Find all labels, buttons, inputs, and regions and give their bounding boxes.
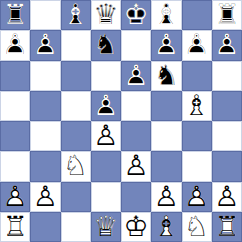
piece-white-bishop: ♝♗ bbox=[182, 91, 212, 121]
square-g5[interactable]: ♝♗ bbox=[182, 91, 212, 121]
piece-white-pawn: ♟♙ bbox=[121, 151, 151, 181]
piece-black-queen: ♛♕ bbox=[91, 0, 121, 30]
black-knight-icon: ♞ bbox=[151, 61, 181, 91]
piece-white-pawn: ♟♙ bbox=[91, 121, 121, 151]
black-bishop-icon: ♝ bbox=[61, 0, 91, 30]
black-bishop-detail-icon: ♗ bbox=[61, 0, 91, 30]
white-knight-detail-icon: ♘ bbox=[182, 212, 212, 242]
square-h5[interactable] bbox=[212, 91, 242, 121]
piece-black-pawn: ♟♙ bbox=[0, 30, 30, 60]
square-c6[interactable] bbox=[61, 61, 91, 91]
black-king-detail-icon: ♔ bbox=[121, 0, 151, 30]
white-pawn-icon: ♟ bbox=[151, 182, 181, 212]
square-e7[interactable] bbox=[121, 30, 151, 60]
white-bishop-icon: ♝ bbox=[182, 91, 212, 121]
square-d4[interactable]: ♟♙ bbox=[91, 121, 121, 151]
square-f7[interactable]: ♟♙ bbox=[151, 30, 181, 60]
square-f5[interactable] bbox=[151, 91, 181, 121]
black-pawn-detail-icon: ♙ bbox=[0, 30, 30, 60]
white-queen-detail-icon: ♕ bbox=[91, 212, 121, 242]
black-rook-detail-icon: ♖ bbox=[0, 0, 30, 30]
square-d2[interactable] bbox=[91, 182, 121, 212]
white-pawn-icon: ♟ bbox=[182, 182, 212, 212]
square-a8[interactable]: ♜♖ bbox=[0, 0, 30, 30]
square-c1[interactable] bbox=[61, 212, 91, 242]
square-b6[interactable] bbox=[30, 61, 60, 91]
black-pawn-detail-icon: ♙ bbox=[91, 91, 121, 121]
square-h1[interactable]: ♜♖ bbox=[212, 212, 242, 242]
square-a2[interactable]: ♟♙ bbox=[0, 182, 30, 212]
black-pawn-detail-icon: ♙ bbox=[151, 30, 181, 60]
piece-white-king: ♚♔ bbox=[121, 212, 151, 242]
square-b8[interactable] bbox=[30, 0, 60, 30]
white-knight-detail-icon: ♘ bbox=[61, 151, 91, 181]
white-bishop-detail-icon: ♗ bbox=[151, 212, 181, 242]
piece-white-rook: ♜♖ bbox=[212, 212, 242, 242]
square-g4[interactable] bbox=[182, 121, 212, 151]
white-pawn-detail-icon: ♙ bbox=[30, 182, 60, 212]
square-g1[interactable]: ♞♘ bbox=[182, 212, 212, 242]
square-b1[interactable] bbox=[30, 212, 60, 242]
white-pawn-detail-icon: ♙ bbox=[182, 182, 212, 212]
piece-white-pawn: ♟♙ bbox=[182, 182, 212, 212]
black-rook-icon: ♜ bbox=[212, 0, 242, 30]
square-e6[interactable]: ♟♙ bbox=[121, 61, 151, 91]
square-h4[interactable] bbox=[212, 121, 242, 151]
piece-white-bishop: ♝♗ bbox=[151, 212, 181, 242]
black-knight-icon: ♞ bbox=[91, 30, 121, 60]
piece-black-pawn: ♟♙ bbox=[182, 30, 212, 60]
white-bishop-icon: ♝ bbox=[151, 212, 181, 242]
black-pawn-icon: ♟ bbox=[0, 30, 30, 60]
white-pawn-icon: ♟ bbox=[91, 121, 121, 151]
white-pawn-detail-icon: ♙ bbox=[91, 121, 121, 151]
piece-white-knight: ♞♘ bbox=[61, 151, 91, 181]
piece-black-rook: ♜♖ bbox=[212, 0, 242, 30]
black-knight-detail-icon: ♘ bbox=[151, 61, 181, 91]
piece-white-pawn: ♟♙ bbox=[151, 182, 181, 212]
piece-white-queen: ♛♕ bbox=[91, 212, 121, 242]
piece-black-bishop: ♝♗ bbox=[61, 0, 91, 30]
square-d5[interactable]: ♟♙ bbox=[91, 91, 121, 121]
square-d1[interactable]: ♛♕ bbox=[91, 212, 121, 242]
square-f2[interactable]: ♟♙ bbox=[151, 182, 181, 212]
white-pawn-detail-icon: ♙ bbox=[121, 151, 151, 181]
square-d3[interactable] bbox=[91, 151, 121, 181]
square-b4[interactable] bbox=[30, 121, 60, 151]
black-pawn-detail-icon: ♙ bbox=[30, 30, 60, 60]
white-rook-detail-icon: ♖ bbox=[212, 212, 242, 242]
square-b2[interactable]: ♟♙ bbox=[30, 182, 60, 212]
black-king-icon: ♚ bbox=[121, 0, 151, 30]
piece-black-knight: ♞♘ bbox=[151, 61, 181, 91]
square-g8[interactable] bbox=[182, 0, 212, 30]
square-d6[interactable] bbox=[91, 61, 121, 91]
piece-black-pawn: ♟♙ bbox=[212, 30, 242, 60]
white-pawn-icon: ♟ bbox=[0, 182, 30, 212]
square-c5[interactable] bbox=[61, 91, 91, 121]
square-e4[interactable] bbox=[121, 121, 151, 151]
square-h6[interactable] bbox=[212, 61, 242, 91]
chess-board: ♜♖♝♗♛♕♚♔♝♗♜♖♟♙♟♙♞♘♟♙♟♙♟♙♟♙♞♘♟♙♝♗♟♙♞♘♟♙♟♙… bbox=[0, 0, 242, 242]
white-bishop-detail-icon: ♗ bbox=[182, 91, 212, 121]
piece-white-rook: ♜♖ bbox=[0, 212, 30, 242]
black-pawn-icon: ♟ bbox=[151, 30, 181, 60]
square-h8[interactable]: ♜♖ bbox=[212, 0, 242, 30]
square-b3[interactable] bbox=[30, 151, 60, 181]
square-c7[interactable] bbox=[61, 30, 91, 60]
square-f8[interactable]: ♝♗ bbox=[151, 0, 181, 30]
square-b7[interactable]: ♟♙ bbox=[30, 30, 60, 60]
square-e3[interactable]: ♟♙ bbox=[121, 151, 151, 181]
square-f4[interactable] bbox=[151, 121, 181, 151]
square-c4[interactable] bbox=[61, 121, 91, 151]
piece-white-pawn: ♟♙ bbox=[30, 182, 60, 212]
piece-black-pawn: ♟♙ bbox=[151, 30, 181, 60]
white-pawn-icon: ♟ bbox=[30, 182, 60, 212]
white-king-icon: ♚ bbox=[121, 212, 151, 242]
white-rook-icon: ♜ bbox=[0, 212, 30, 242]
black-queen-detail-icon: ♕ bbox=[91, 0, 121, 30]
square-a1[interactable]: ♜♖ bbox=[0, 212, 30, 242]
square-a5[interactable] bbox=[0, 91, 30, 121]
piece-black-pawn: ♟♙ bbox=[121, 61, 151, 91]
black-pawn-detail-icon: ♙ bbox=[182, 30, 212, 60]
white-queen-icon: ♛ bbox=[91, 212, 121, 242]
square-c3[interactable]: ♞♘ bbox=[61, 151, 91, 181]
white-pawn-icon: ♟ bbox=[121, 151, 151, 181]
black-queen-icon: ♛ bbox=[91, 0, 121, 30]
square-a6[interactable] bbox=[0, 61, 30, 91]
piece-black-knight: ♞♘ bbox=[91, 30, 121, 60]
square-d7[interactable]: ♞♘ bbox=[91, 30, 121, 60]
white-pawn-detail-icon: ♙ bbox=[0, 182, 30, 212]
black-pawn-icon: ♟ bbox=[212, 30, 242, 60]
black-pawn-icon: ♟ bbox=[91, 91, 121, 121]
piece-black-bishop: ♝♗ bbox=[151, 0, 181, 30]
piece-white-knight: ♞♘ bbox=[182, 212, 212, 242]
white-knight-icon: ♞ bbox=[61, 151, 91, 181]
black-pawn-detail-icon: ♙ bbox=[121, 61, 151, 91]
square-g2[interactable]: ♟♙ bbox=[182, 182, 212, 212]
black-bishop-icon: ♝ bbox=[151, 0, 181, 30]
black-pawn-icon: ♟ bbox=[121, 61, 151, 91]
piece-white-pawn: ♟♙ bbox=[0, 182, 30, 212]
square-h7[interactable]: ♟♙ bbox=[212, 30, 242, 60]
square-e2[interactable] bbox=[121, 182, 151, 212]
square-f1[interactable]: ♝♗ bbox=[151, 212, 181, 242]
square-f6[interactable]: ♞♘ bbox=[151, 61, 181, 91]
piece-black-rook: ♜♖ bbox=[0, 0, 30, 30]
square-d8[interactable]: ♛♕ bbox=[91, 0, 121, 30]
black-bishop-detail-icon: ♗ bbox=[151, 0, 181, 30]
piece-white-pawn: ♟♙ bbox=[212, 182, 242, 212]
white-pawn-icon: ♟ bbox=[212, 182, 242, 212]
square-f3[interactable] bbox=[151, 151, 181, 181]
square-h3[interactable] bbox=[212, 151, 242, 181]
square-g7[interactable]: ♟♙ bbox=[182, 30, 212, 60]
piece-black-pawn: ♟♙ bbox=[30, 30, 60, 60]
square-b5[interactable] bbox=[30, 91, 60, 121]
square-c8[interactable]: ♝♗ bbox=[61, 0, 91, 30]
white-rook-icon: ♜ bbox=[212, 212, 242, 242]
square-c2[interactable] bbox=[61, 182, 91, 212]
square-e1[interactable]: ♚♔ bbox=[121, 212, 151, 242]
square-a3[interactable] bbox=[0, 151, 30, 181]
black-knight-detail-icon: ♘ bbox=[91, 30, 121, 60]
square-e5[interactable] bbox=[121, 91, 151, 121]
white-king-detail-icon: ♔ bbox=[121, 212, 151, 242]
white-pawn-detail-icon: ♙ bbox=[151, 182, 181, 212]
square-e8[interactable]: ♚♔ bbox=[121, 0, 151, 30]
white-pawn-detail-icon: ♙ bbox=[212, 182, 242, 212]
black-rook-detail-icon: ♖ bbox=[212, 0, 242, 30]
square-g6[interactable] bbox=[182, 61, 212, 91]
square-h2[interactable]: ♟♙ bbox=[212, 182, 242, 212]
black-pawn-icon: ♟ bbox=[182, 30, 212, 60]
square-a4[interactable] bbox=[0, 121, 30, 151]
piece-black-pawn: ♟♙ bbox=[91, 91, 121, 121]
square-g3[interactable] bbox=[182, 151, 212, 181]
black-pawn-icon: ♟ bbox=[30, 30, 60, 60]
square-a7[interactable]: ♟♙ bbox=[0, 30, 30, 60]
white-knight-icon: ♞ bbox=[182, 212, 212, 242]
white-rook-detail-icon: ♖ bbox=[0, 212, 30, 242]
black-rook-icon: ♜ bbox=[0, 0, 30, 30]
piece-black-king: ♚♔ bbox=[121, 0, 151, 30]
black-pawn-detail-icon: ♙ bbox=[212, 30, 242, 60]
